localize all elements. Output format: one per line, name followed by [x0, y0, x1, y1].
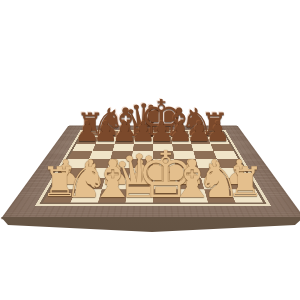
- square-b3: [80, 167, 107, 177]
- square-c4: [107, 159, 131, 168]
- square-b1: [70, 189, 101, 202]
- square-f4: [174, 159, 198, 168]
- square-f5: [173, 151, 195, 159]
- square-e8: [153, 131, 171, 137]
- square-a4: [62, 159, 88, 168]
- square-f1: [178, 189, 207, 202]
- square-h4: [216, 159, 242, 168]
- square-a8: [80, 131, 101, 137]
- square-e2: [153, 177, 179, 188]
- square-b5: [89, 151, 113, 159]
- square-b4: [85, 159, 110, 168]
- square-f8: [170, 131, 189, 137]
- square-d6: [132, 143, 152, 150]
- square-b6: [92, 143, 114, 150]
- square-d2: [127, 177, 153, 188]
- square-a6: [72, 143, 95, 150]
- square-f2: [177, 177, 204, 188]
- board-maple-border-line: [35, 130, 271, 205]
- square-c7: [114, 137, 134, 143]
- square-h7: [207, 137, 229, 143]
- square-f3: [175, 167, 200, 177]
- square-c5: [110, 151, 132, 159]
- square-h6: [210, 143, 233, 150]
- square-h1: [229, 189, 262, 202]
- square-h5: [213, 151, 238, 159]
- square-d3: [128, 167, 152, 177]
- chess-set-product-photo: ♜♞♝♛♚♝♞♜♟♟♟♟♟♟♟♟♟♟♟♟♟♟♟♟♜♞♝♛♚♝♞♜: [0, 0, 300, 300]
- square-e4: [153, 159, 176, 168]
- square-c8: [116, 131, 135, 137]
- square-g8: [187, 131, 207, 137]
- square-c2: [101, 177, 128, 188]
- square-c6: [112, 143, 133, 150]
- square-c3: [104, 167, 129, 177]
- board-squares: [42, 131, 262, 202]
- square-b2: [76, 177, 105, 188]
- square-d4: [130, 159, 153, 168]
- square-d1: [125, 189, 153, 202]
- chess-board: [0, 125, 300, 219]
- square-a7: [76, 137, 98, 143]
- square-b8: [98, 131, 118, 137]
- square-f6: [172, 143, 193, 150]
- square-e3: [153, 167, 177, 177]
- square-e5: [153, 151, 174, 159]
- square-d7: [133, 137, 152, 143]
- square-e7: [153, 137, 172, 143]
- square-g7: [189, 137, 210, 143]
- square-d8: [134, 131, 152, 137]
- square-h3: [220, 167, 248, 177]
- square-c1: [97, 189, 126, 202]
- square-f7: [171, 137, 191, 143]
- square-h8: [205, 131, 226, 137]
- square-g6: [191, 143, 213, 150]
- square-e1: [153, 189, 181, 202]
- square-e6: [153, 143, 173, 150]
- square-a5: [67, 151, 92, 159]
- square-b7: [95, 137, 116, 143]
- board-inner-walnut-line: [39, 130, 266, 203]
- square-h2: [225, 177, 256, 188]
- square-d5: [131, 151, 152, 159]
